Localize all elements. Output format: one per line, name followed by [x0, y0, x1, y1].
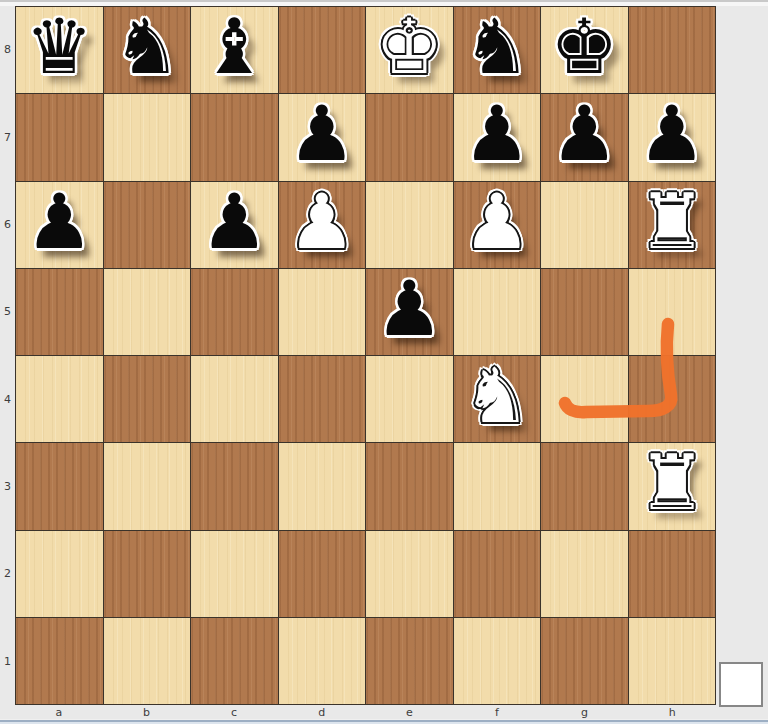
- square-g1[interactable]: [541, 618, 628, 704]
- rank-label-6: 6: [0, 181, 15, 268]
- black-pawn-c6[interactable]: ♟: [200, 184, 268, 260]
- square-h6[interactable]: ♜: [629, 182, 716, 268]
- square-b5[interactable]: [104, 269, 191, 355]
- square-f5[interactable]: [454, 269, 541, 355]
- square-a1[interactable]: [16, 618, 103, 704]
- file-label-g: g: [541, 705, 629, 719]
- black-pawn-a6[interactable]: ♟: [25, 184, 93, 260]
- square-h4[interactable]: [629, 356, 716, 442]
- square-d5[interactable]: [279, 269, 366, 355]
- rank-label-8: 8: [0, 6, 15, 93]
- square-e8[interactable]: ♚: [366, 7, 453, 93]
- square-f8[interactable]: ♞: [454, 7, 541, 93]
- square-c8[interactable]: ♝: [191, 7, 278, 93]
- square-g6[interactable]: [541, 182, 628, 268]
- square-a6[interactable]: ♟: [16, 182, 103, 268]
- file-label-f: f: [453, 705, 541, 719]
- square-e5[interactable]: ♟: [366, 269, 453, 355]
- square-d4[interactable]: [279, 356, 366, 442]
- square-a5[interactable]: [16, 269, 103, 355]
- square-d8[interactable]: [279, 7, 366, 93]
- square-h1[interactable]: [629, 618, 716, 704]
- square-c4[interactable]: [191, 356, 278, 442]
- square-c3[interactable]: [191, 443, 278, 529]
- square-g4[interactable]: [541, 356, 628, 442]
- square-b3[interactable]: [104, 443, 191, 529]
- file-label-h: h: [628, 705, 716, 719]
- square-h7[interactable]: ♟: [629, 94, 716, 180]
- square-b7[interactable]: [104, 94, 191, 180]
- square-d2[interactable]: [279, 531, 366, 617]
- file-label-a: a: [15, 705, 103, 719]
- square-f2[interactable]: [454, 531, 541, 617]
- square-g8[interactable]: ♚: [541, 7, 628, 93]
- file-label-e: e: [366, 705, 454, 719]
- square-c1[interactable]: [191, 618, 278, 704]
- rank-label-3: 3: [0, 443, 15, 530]
- square-a4[interactable]: [16, 356, 103, 442]
- black-pawn-g7[interactable]: ♟: [550, 96, 618, 172]
- rank-label-2: 2: [0, 530, 15, 617]
- white-king-e8[interactable]: ♚: [375, 9, 443, 85]
- black-pawn-e5[interactable]: ♟: [375, 271, 443, 347]
- square-d3[interactable]: [279, 443, 366, 529]
- chess-app-window: 87654321 ♛♞♝♚♞♚♟♟♟♟♟♟♟♟♜♟♞♜ abcdefgh: [0, 0, 768, 724]
- black-pawn-h7[interactable]: ♟: [638, 96, 706, 172]
- rank-label-1: 1: [0, 618, 15, 705]
- square-g2[interactable]: [541, 531, 628, 617]
- black-pawn-d7[interactable]: ♟: [288, 96, 356, 172]
- square-f6[interactable]: ♟: [454, 182, 541, 268]
- white-pawn-d6[interactable]: ♟: [288, 184, 356, 260]
- square-e7[interactable]: [366, 94, 453, 180]
- square-h5[interactable]: [629, 269, 716, 355]
- file-labels: abcdefgh: [15, 705, 716, 719]
- rank-labels: 87654321: [0, 6, 15, 705]
- square-d7[interactable]: ♟: [279, 94, 366, 180]
- black-knight-b8[interactable]: ♞: [113, 9, 181, 85]
- black-pawn-f7[interactable]: ♟: [463, 96, 531, 172]
- square-h2[interactable]: [629, 531, 716, 617]
- black-bishop-c8[interactable]: ♝: [200, 9, 268, 85]
- square-d1[interactable]: [279, 618, 366, 704]
- black-knight-f8[interactable]: ♞: [463, 9, 531, 85]
- square-e6[interactable]: [366, 182, 453, 268]
- square-f7[interactable]: ♟: [454, 94, 541, 180]
- white-rook-h6[interactable]: ♜: [638, 184, 706, 260]
- square-h3[interactable]: ♜: [629, 443, 716, 529]
- window-bottom-border: [0, 719, 768, 724]
- square-c7[interactable]: [191, 94, 278, 180]
- square-g7[interactable]: ♟: [541, 94, 628, 180]
- square-b1[interactable]: [104, 618, 191, 704]
- white-pawn-f6[interactable]: ♟: [463, 184, 531, 260]
- file-label-c: c: [190, 705, 278, 719]
- square-a2[interactable]: [16, 531, 103, 617]
- square-b6[interactable]: [104, 182, 191, 268]
- square-b4[interactable]: [104, 356, 191, 442]
- square-e1[interactable]: [366, 618, 453, 704]
- side-to-move-indicator: [719, 662, 763, 707]
- square-a7[interactable]: [16, 94, 103, 180]
- square-f1[interactable]: [454, 618, 541, 704]
- black-queen-a8[interactable]: ♛: [25, 9, 93, 85]
- square-c2[interactable]: [191, 531, 278, 617]
- square-g5[interactable]: [541, 269, 628, 355]
- square-e2[interactable]: [366, 531, 453, 617]
- square-d6[interactable]: ♟: [279, 182, 366, 268]
- square-e4[interactable]: [366, 356, 453, 442]
- square-a8[interactable]: ♛: [16, 7, 103, 93]
- white-rook-h3[interactable]: ♜: [638, 445, 706, 521]
- square-g3[interactable]: [541, 443, 628, 529]
- square-e3[interactable]: [366, 443, 453, 529]
- rank-label-7: 7: [0, 93, 15, 180]
- square-f3[interactable]: [454, 443, 541, 529]
- file-label-b: b: [103, 705, 191, 719]
- board[interactable]: ♛♞♝♚♞♚♟♟♟♟♟♟♟♟♜♟♞♜: [15, 6, 716, 705]
- black-king-g8[interactable]: ♚: [550, 9, 618, 85]
- square-h8[interactable]: [629, 7, 716, 93]
- rank-label-5: 5: [0, 268, 15, 355]
- square-c5[interactable]: [191, 269, 278, 355]
- white-knight-f4[interactable]: ♞: [463, 358, 531, 434]
- square-f4[interactable]: ♞: [454, 356, 541, 442]
- square-b2[interactable]: [104, 531, 191, 617]
- square-c6[interactable]: ♟: [191, 182, 278, 268]
- rank-label-4: 4: [0, 356, 15, 443]
- file-label-d: d: [278, 705, 366, 719]
- square-b8[interactable]: ♞: [104, 7, 191, 93]
- square-a3[interactable]: [16, 443, 103, 529]
